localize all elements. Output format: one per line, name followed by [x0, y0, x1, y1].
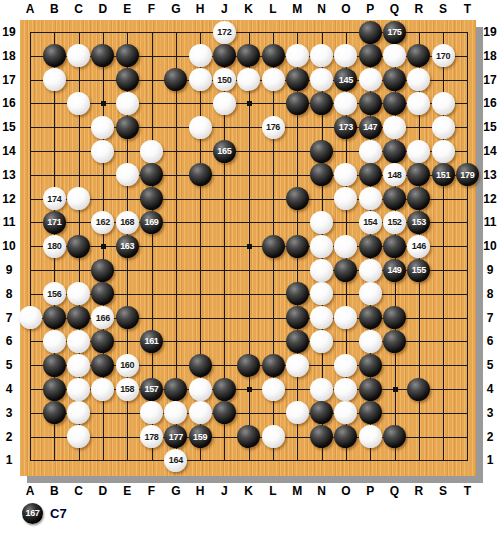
black-stone-Q19: 175	[383, 21, 406, 44]
black-stone-K5	[237, 354, 260, 377]
row-label-right: 14	[481, 144, 499, 158]
row-label-left: 13	[0, 168, 18, 182]
black-stone-M6	[286, 330, 309, 353]
white-stone-N4	[310, 378, 333, 401]
move-number: 172	[217, 27, 231, 37]
white-stone-M3	[286, 401, 309, 424]
row-label-right: 9	[481, 263, 499, 277]
move-number: 161	[144, 336, 158, 346]
white-stone-B8: 156	[43, 282, 66, 305]
row-label-right: 11	[481, 215, 499, 229]
white-stone-C4	[67, 378, 90, 401]
move-number: 178	[144, 432, 158, 442]
white-stone-M18	[286, 44, 309, 67]
white-stone-E5: 160	[116, 354, 139, 377]
col-label-bottom: E	[118, 484, 136, 498]
black-stone-H2: 159	[189, 425, 212, 448]
black-stone-O15: 173	[334, 116, 357, 139]
col-label-top: E	[118, 2, 136, 16]
row-label-right: 5	[481, 358, 499, 372]
col-label-bottom: J	[215, 484, 233, 498]
col-label-bottom: F	[143, 484, 161, 498]
star-point	[247, 244, 252, 249]
white-stone-C16	[67, 92, 90, 115]
white-stone-J19: 172	[213, 21, 236, 44]
row-label-left: 9	[0, 263, 18, 277]
black-stone-Q10	[383, 235, 406, 258]
move-number: 149	[387, 265, 401, 275]
white-stone-C5	[67, 354, 90, 377]
move-number: 171	[47, 217, 61, 227]
col-label-top: Q	[386, 2, 404, 16]
white-stone-E16	[116, 92, 139, 115]
row-label-right: 2	[481, 430, 499, 444]
row-label-right: 15	[481, 120, 499, 134]
white-stone-Q15	[383, 116, 406, 139]
black-stone-M17	[286, 68, 309, 91]
white-stone-H3	[189, 401, 212, 424]
col-label-bottom: C	[70, 484, 88, 498]
row-label-left: 4	[0, 382, 18, 396]
row-label-right: 8	[481, 287, 499, 301]
grid-line-horizontal	[30, 413, 468, 414]
move-number: 148	[387, 170, 401, 180]
move-number: 163	[120, 241, 134, 251]
black-stone-Q9: 149	[383, 259, 406, 282]
row-label-right: 10	[481, 239, 499, 253]
move-number: 147	[363, 122, 377, 132]
row-label-right: 16	[481, 96, 499, 110]
move-number: 154	[363, 217, 377, 227]
col-label-top: S	[434, 2, 452, 16]
white-stone-P9	[359, 259, 382, 282]
col-label-bottom: T	[458, 484, 476, 498]
caption-coordinate: C7	[50, 506, 67, 521]
black-stone-F4: 157	[140, 378, 163, 401]
white-stone-J16	[213, 92, 236, 115]
black-stone-F11: 169	[140, 211, 163, 234]
move-number: 158	[120, 384, 134, 394]
white-stone-P17	[359, 68, 382, 91]
caption-black-stone-icon: 167	[22, 503, 43, 524]
white-stone-M5	[286, 354, 309, 377]
black-stone-R4	[407, 378, 430, 401]
row-label-left: 1	[0, 453, 18, 467]
white-stone-S16	[432, 92, 455, 115]
white-stone-N10	[310, 235, 333, 258]
white-stone-L15: 176	[262, 116, 285, 139]
black-stone-F12	[140, 187, 163, 210]
black-stone-P19	[359, 21, 382, 44]
black-stone-B11: 171	[43, 211, 66, 234]
move-number: 151	[436, 170, 450, 180]
white-stone-E13	[116, 163, 139, 186]
white-stone-P2	[359, 425, 382, 448]
col-label-bottom: Q	[386, 484, 404, 498]
move-number: 174	[47, 194, 61, 204]
row-label-left: 8	[0, 287, 18, 301]
black-stone-L5	[262, 354, 285, 377]
col-label-bottom: K	[240, 484, 258, 498]
white-stone-F2: 178	[140, 425, 163, 448]
black-stone-B7	[43, 306, 66, 329]
black-stone-M16	[286, 92, 309, 115]
col-label-top: G	[167, 2, 185, 16]
move-number: 146	[412, 241, 426, 251]
white-stone-A7	[19, 306, 42, 329]
move-number: 162	[96, 217, 110, 227]
black-stone-P4	[359, 378, 382, 401]
white-stone-N9	[310, 259, 333, 282]
col-label-bottom: G	[167, 484, 185, 498]
black-stone-E7	[116, 306, 139, 329]
black-stone-B4	[43, 378, 66, 401]
col-label-bottom: L	[264, 484, 282, 498]
move-number: 175	[387, 27, 401, 37]
col-label-bottom: S	[434, 484, 452, 498]
move-number: 165	[217, 146, 231, 156]
row-label-left: 17	[0, 73, 18, 87]
white-stone-H15	[189, 116, 212, 139]
col-label-bottom: N	[313, 484, 331, 498]
black-stone-G4	[164, 378, 187, 401]
star-point	[247, 101, 252, 106]
move-number: 179	[460, 170, 474, 180]
black-stone-P3	[359, 401, 382, 424]
row-label-left: 3	[0, 406, 18, 420]
caption-move-number: 167	[25, 508, 39, 518]
row-label-right: 1	[481, 453, 499, 467]
row-label-right: 12	[481, 192, 499, 206]
star-point	[393, 387, 398, 392]
white-stone-O4	[334, 378, 357, 401]
white-stone-D14	[91, 140, 114, 163]
black-stone-P13	[359, 163, 382, 186]
white-stone-L2	[262, 425, 285, 448]
white-stone-O5	[334, 354, 357, 377]
black-stone-N14	[310, 140, 333, 163]
white-stone-R14	[407, 140, 430, 163]
row-label-left: 6	[0, 334, 18, 348]
row-label-left: 15	[0, 120, 18, 134]
move-number: 166	[96, 313, 110, 323]
white-stone-S15	[432, 116, 455, 139]
move-caption: 167 C7	[22, 501, 67, 525]
row-label-left: 19	[0, 25, 18, 39]
black-stone-L10	[262, 235, 285, 258]
black-stone-D5	[91, 354, 114, 377]
white-stone-L4	[262, 378, 285, 401]
black-stone-J14: 165	[213, 140, 236, 163]
col-label-top: P	[361, 2, 379, 16]
move-number: 156	[47, 289, 61, 299]
black-stone-B18	[43, 44, 66, 67]
black-stone-B3	[43, 401, 66, 424]
row-label-right: 4	[481, 382, 499, 396]
move-number: 157	[144, 384, 158, 394]
white-stone-F14	[140, 140, 163, 163]
move-number: 176	[266, 122, 280, 132]
white-stone-P14	[359, 140, 382, 163]
row-label-left: 2	[0, 430, 18, 444]
white-stone-B6	[43, 330, 66, 353]
col-label-top: R	[410, 2, 428, 16]
black-stone-Q6	[383, 330, 406, 353]
white-stone-J17: 150	[213, 68, 236, 91]
move-number: 145	[339, 75, 353, 85]
grid-line-horizontal	[30, 460, 468, 461]
grid-line-vertical	[467, 32, 468, 461]
white-stone-P6	[359, 330, 382, 353]
col-label-bottom: P	[361, 484, 379, 498]
white-stone-P12	[359, 187, 382, 210]
white-stone-H18	[189, 44, 212, 67]
move-number: 150	[217, 75, 231, 85]
move-number: 160	[120, 360, 134, 370]
black-stone-L18	[262, 44, 285, 67]
black-stone-M7	[286, 306, 309, 329]
black-stone-E10: 163	[116, 235, 139, 258]
black-stone-B5	[43, 354, 66, 377]
col-label-bottom: D	[94, 484, 112, 498]
white-stone-P8	[359, 282, 382, 305]
white-stone-R10: 146	[407, 235, 430, 258]
col-label-bottom: R	[410, 484, 428, 498]
row-label-left: 5	[0, 358, 18, 372]
move-number: 164	[169, 455, 183, 465]
col-label-top: B	[45, 2, 63, 16]
white-stone-P11: 154	[359, 211, 382, 234]
col-label-top: N	[313, 2, 331, 16]
row-label-right: 7	[481, 311, 499, 325]
row-label-right: 13	[481, 168, 499, 182]
col-label-top: J	[215, 2, 233, 16]
move-number: 155	[412, 265, 426, 275]
move-number: 152	[387, 217, 401, 227]
move-number: 170	[436, 51, 450, 61]
move-number: 159	[193, 432, 207, 442]
white-stone-L17	[262, 68, 285, 91]
col-label-top: C	[70, 2, 88, 16]
row-label-right: 19	[481, 25, 499, 39]
row-label-left: 14	[0, 144, 18, 158]
white-stone-H4	[189, 378, 212, 401]
white-stone-C6	[67, 330, 90, 353]
col-label-top: T	[458, 2, 476, 16]
black-stone-Q16	[383, 92, 406, 115]
black-stone-H13	[189, 163, 212, 186]
white-stone-N11	[310, 211, 333, 234]
black-stone-E17	[116, 68, 139, 91]
row-label-right: 17	[481, 73, 499, 87]
white-stone-H17	[189, 68, 212, 91]
black-stone-P16	[359, 92, 382, 115]
black-stone-H5	[189, 354, 212, 377]
col-label-top: L	[264, 2, 282, 16]
black-stone-D9	[91, 259, 114, 282]
star-point	[101, 244, 106, 249]
star-point	[247, 387, 252, 392]
col-label-top: F	[143, 2, 161, 16]
white-stone-E4: 158	[116, 378, 139, 401]
white-stone-B17	[43, 68, 66, 91]
black-stone-Q2	[383, 425, 406, 448]
col-label-bottom: M	[288, 484, 306, 498]
black-stone-J4	[213, 378, 236, 401]
white-stone-S14	[432, 140, 455, 163]
black-stone-M8	[286, 282, 309, 305]
move-number: 180	[47, 241, 61, 251]
white-stone-Q11: 152	[383, 211, 406, 234]
col-label-top: A	[21, 2, 39, 16]
white-stone-B12: 174	[43, 187, 66, 210]
row-label-left: 16	[0, 96, 18, 110]
black-stone-Q14	[383, 140, 406, 163]
col-label-top: O	[337, 2, 355, 16]
black-stone-E18	[116, 44, 139, 67]
move-number: 173	[339, 122, 353, 132]
row-label-left: 11	[0, 215, 18, 229]
col-label-bottom: B	[45, 484, 63, 498]
black-stone-Q7	[383, 306, 406, 329]
black-stone-M12	[286, 187, 309, 210]
black-stone-Q17	[383, 68, 406, 91]
black-stone-O9	[334, 259, 357, 282]
row-label-right: 18	[481, 49, 499, 63]
col-label-top: H	[191, 2, 209, 16]
row-label-right: 6	[481, 334, 499, 348]
move-number: 168	[120, 217, 134, 227]
black-stone-P18	[359, 44, 382, 67]
black-stone-P7	[359, 306, 382, 329]
row-label-left: 7	[0, 311, 18, 325]
black-stone-C10	[67, 235, 90, 258]
black-stone-S13: 151	[432, 163, 455, 186]
white-stone-S18: 170	[432, 44, 455, 67]
white-stone-D4	[91, 378, 114, 401]
move-number: 169	[144, 217, 158, 227]
white-stone-E11: 168	[116, 211, 139, 234]
black-stone-Q12	[383, 187, 406, 210]
black-stone-M10	[286, 235, 309, 258]
move-number: 177	[169, 432, 183, 442]
col-label-bottom: A	[21, 484, 39, 498]
black-stone-N16	[310, 92, 333, 115]
row-label-left: 12	[0, 192, 18, 206]
black-stone-P15: 147	[359, 116, 382, 139]
black-stone-F6: 161	[140, 330, 163, 353]
col-label-bottom: H	[191, 484, 209, 498]
col-label-top: D	[94, 2, 112, 16]
row-label-left: 10	[0, 239, 18, 253]
move-number: 153	[412, 217, 426, 227]
black-stone-P10	[359, 235, 382, 258]
black-stone-R9: 155	[407, 259, 430, 282]
row-label-left: 18	[0, 49, 18, 63]
star-point	[101, 101, 106, 106]
white-stone-B10: 180	[43, 235, 66, 258]
row-label-right: 3	[481, 406, 499, 420]
black-stone-E15	[116, 116, 139, 139]
col-label-top: M	[288, 2, 306, 16]
col-label-bottom: O	[337, 484, 355, 498]
col-label-top: K	[240, 2, 258, 16]
white-stone-N6	[310, 330, 333, 353]
white-stone-D15	[91, 116, 114, 139]
white-stone-O10	[334, 235, 357, 258]
black-stone-P5	[359, 354, 382, 377]
